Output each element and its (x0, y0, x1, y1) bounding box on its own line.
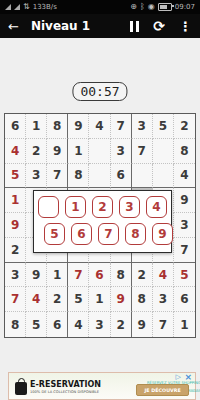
cell-r9c8[interactable]: 7 (153, 312, 174, 337)
cell-r1c5[interactable]: 4 (89, 114, 110, 139)
data-arrows-icon: ⇅ (23, 3, 30, 11)
cell-r7c8[interactable]: 4 (153, 263, 174, 288)
pause-icon[interactable] (130, 21, 139, 32)
cell-r2c4[interactable]: 1 (68, 139, 89, 164)
cell-r3c3[interactable]: 7 (47, 164, 68, 189)
cell-r1c4[interactable]: 9 (68, 114, 89, 139)
cell-r9c3[interactable]: 6 (47, 312, 68, 337)
cell-r1c7[interactable]: 3 (132, 114, 153, 139)
cell-r3c1[interactable]: 5 (5, 164, 26, 189)
picker-button-7[interactable]: 7 (98, 223, 119, 245)
picker-row-2: 56789 (44, 223, 173, 245)
cell-r8c5[interactable]: 1 (89, 287, 110, 312)
picker-button-1[interactable]: 1 (65, 196, 86, 218)
cell-r9c9[interactable]: 1 (174, 312, 195, 337)
app-bar: ← Niveau 1 ⟳ ⋮ (0, 14, 200, 38)
shopping-bag-icon (15, 382, 27, 395)
bluetooth-icon: ᛒ (140, 3, 145, 11)
cell-r8c4[interactable]: 5 (68, 287, 89, 312)
cell-r8c2[interactable]: 4 (26, 287, 47, 312)
number-picker-popup: 1234 56789 (33, 190, 172, 253)
cell-r9c6[interactable]: 2 (111, 312, 132, 337)
cell-r6c9[interactable]: 7 (174, 238, 195, 263)
ad-tagline: 100% DE LA COLLECTION DISPONIBLE (30, 389, 99, 393)
picker-erase-button[interactable] (38, 196, 59, 218)
cell-r7c7[interactable]: 2 (132, 263, 153, 288)
cell-r3c5[interactable] (89, 164, 110, 189)
cell-r1c3[interactable]: 8 (47, 114, 68, 139)
cell-r2c5[interactable] (89, 139, 110, 164)
cell-r8c8[interactable]: 3 (153, 287, 174, 312)
cell-r2c7[interactable]: 7 (132, 139, 153, 164)
cell-r6c1[interactable]: 2 (5, 238, 26, 263)
picker-button-6[interactable]: 6 (71, 223, 92, 245)
cell-r9c5[interactable]: 3 (89, 312, 110, 337)
cell-r4c1[interactable]: 1 (5, 188, 26, 213)
alarm-icon: ⊕ (130, 3, 137, 11)
clock-text: 09:07 (175, 3, 195, 11)
picker-button-3[interactable]: 3 (119, 196, 140, 218)
cell-r3c4[interactable]: 8 (68, 164, 89, 189)
cell-r1c2[interactable]: 1 (26, 114, 47, 139)
restart-icon[interactable]: ⟳ (153, 19, 165, 33)
cell-r7c4[interactable]: 7 (68, 263, 89, 288)
cell-r5c1[interactable]: 9 (5, 213, 26, 238)
cell-r8c9[interactable]: 6 (174, 287, 195, 312)
adchoices-icon[interactable]: ▷ (176, 374, 181, 381)
network-speed: 133B/s (33, 3, 57, 11)
picker-button-9[interactable]: 9 (152, 223, 173, 245)
signal2-icon (14, 4, 20, 10)
cell-r2c9[interactable]: 8 (174, 139, 195, 164)
cell-r7c2[interactable]: 9 (26, 263, 47, 288)
sudoku-app-screen: ⇅ 133B/s ⊕ ᛒ ◉ 09:07 ← Niveau 1 ⟳ ⋮ 00:5… (0, 0, 200, 400)
cell-r3c8[interactable] (153, 164, 174, 189)
cell-r3c6[interactable]: 6 (111, 164, 132, 189)
cell-r1c9[interactable]: 2 (174, 114, 195, 139)
cell-r7c5[interactable]: 6 (89, 263, 110, 288)
cell-r2c3[interactable]: 9 (47, 139, 68, 164)
cell-r1c8[interactable]: 5 (153, 114, 174, 139)
page-title: Niveau 1 (31, 19, 90, 33)
cell-r8c1[interactable]: 7 (5, 287, 26, 312)
overflow-menu-icon[interactable]: ⋮ (179, 20, 192, 33)
picker-button-2[interactable]: 2 (92, 196, 113, 218)
ad-cta-button[interactable]: JE DÉCOUVRE (136, 384, 189, 396)
picker-button-4[interactable]: 4 (146, 196, 167, 218)
status-right: ⊕ ᛒ ◉ 09:07 (130, 3, 195, 11)
cell-r2c1[interactable]: 4 (5, 139, 26, 164)
battery-icon (158, 3, 172, 11)
cell-r1c6[interactable]: 7 (111, 114, 132, 139)
cell-r2c2[interactable]: 2 (26, 139, 47, 164)
cell-r1c1[interactable]: 6 (5, 114, 26, 139)
cell-r8c3[interactable]: 2 (47, 287, 68, 312)
picker-button-8[interactable]: 8 (125, 223, 146, 245)
cell-r3c2[interactable]: 3 (26, 164, 47, 189)
data-saver-icon: ◉ (148, 3, 155, 11)
cell-r9c2[interactable]: 5 (26, 312, 47, 337)
cell-r8c7[interactable]: 8 (132, 287, 153, 312)
picker-row-1: 1234 (38, 196, 167, 218)
ad-close-icon[interactable]: × (184, 373, 192, 382)
cell-r4c9[interactable]: 9 (174, 188, 195, 213)
cell-r7c6[interactable]: 8 (111, 263, 132, 288)
cell-r7c3[interactable]: 1 (47, 263, 68, 288)
cell-r8c6[interactable]: 9 (111, 287, 132, 312)
cell-r9c1[interactable]: 8 (5, 312, 26, 337)
cell-r7c9[interactable]: 5 (174, 263, 195, 288)
cell-r5c9[interactable]: 3 (174, 213, 195, 238)
picker-button-5[interactable]: 5 (44, 223, 65, 245)
ad-brand: E-RESERVATION (30, 380, 145, 389)
status-left: ⇅ 133B/s (5, 3, 57, 11)
cell-r9c7[interactable]: 9 (132, 312, 153, 337)
game-timer: 00:57 (72, 82, 127, 101)
cell-r7c1[interactable]: 3 (5, 263, 26, 288)
cell-r3c7[interactable] (132, 164, 153, 189)
back-icon[interactable]: ← (8, 20, 19, 33)
cell-r2c8[interactable] (153, 139, 174, 164)
cell-r9c4[interactable]: 4 (68, 312, 89, 337)
cell-r3c9[interactable]: 4 (174, 164, 195, 189)
ad-banner[interactable]: E-RESERVATION 100% DE LA COLLECTION DISP… (8, 372, 196, 400)
signal-icon (5, 4, 11, 10)
cell-r2c6[interactable]: 3 (111, 139, 132, 164)
status-bar: ⇅ 133B/s ⊕ ᛒ ◉ 09:07 (0, 0, 200, 14)
